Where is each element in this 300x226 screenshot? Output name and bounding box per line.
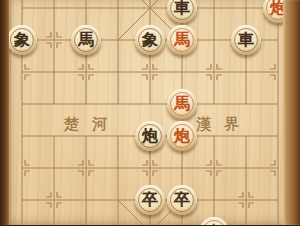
piece-glyph: 卒 — [174, 192, 190, 208]
xiangqi-board[interactable]: 楚河 漢界 車炮象馬象馬車馬炮炮卒卒車 — [0, 0, 300, 225]
piece-red-horse[interactable]: 馬 — [167, 89, 197, 119]
piece-black-cannon[interactable]: 炮 — [135, 121, 165, 151]
piece-glyph: 馬 — [174, 96, 190, 112]
board-frame-right — [283, 0, 300, 225]
board-frame-left — [0, 0, 9, 225]
piece-red-horse[interactable]: 馬 — [167, 25, 197, 55]
piece-glyph: 卒 — [142, 192, 158, 208]
piece-black-chariot[interactable]: 車 — [231, 25, 261, 55]
piece-black-soldier[interactable]: 卒 — [135, 185, 165, 215]
piece-glyph: 炮 — [174, 128, 190, 144]
piece-glyph: 象 — [14, 32, 30, 48]
river-label-chu-river: 楚河 — [64, 115, 120, 134]
piece-black-soldier[interactable]: 卒 — [167, 185, 197, 215]
piece-red-cannon[interactable]: 炮 — [167, 121, 197, 151]
piece-black-elephant[interactable]: 象 — [135, 25, 165, 55]
piece-glyph: 車 — [174, 0, 190, 16]
piece-black-horse[interactable]: 馬 — [71, 25, 101, 55]
piece-glyph: 馬 — [78, 32, 94, 48]
piece-glyph: 車 — [238, 32, 254, 48]
piece-glyph: 馬 — [174, 32, 190, 48]
river-label-han-border: 漢界 — [196, 115, 252, 134]
piece-glyph: 象 — [142, 32, 158, 48]
piece-glyph: 車 — [206, 224, 222, 226]
piece-glyph: 炮 — [142, 128, 158, 144]
piece-black-elephant[interactable]: 象 — [7, 25, 37, 55]
